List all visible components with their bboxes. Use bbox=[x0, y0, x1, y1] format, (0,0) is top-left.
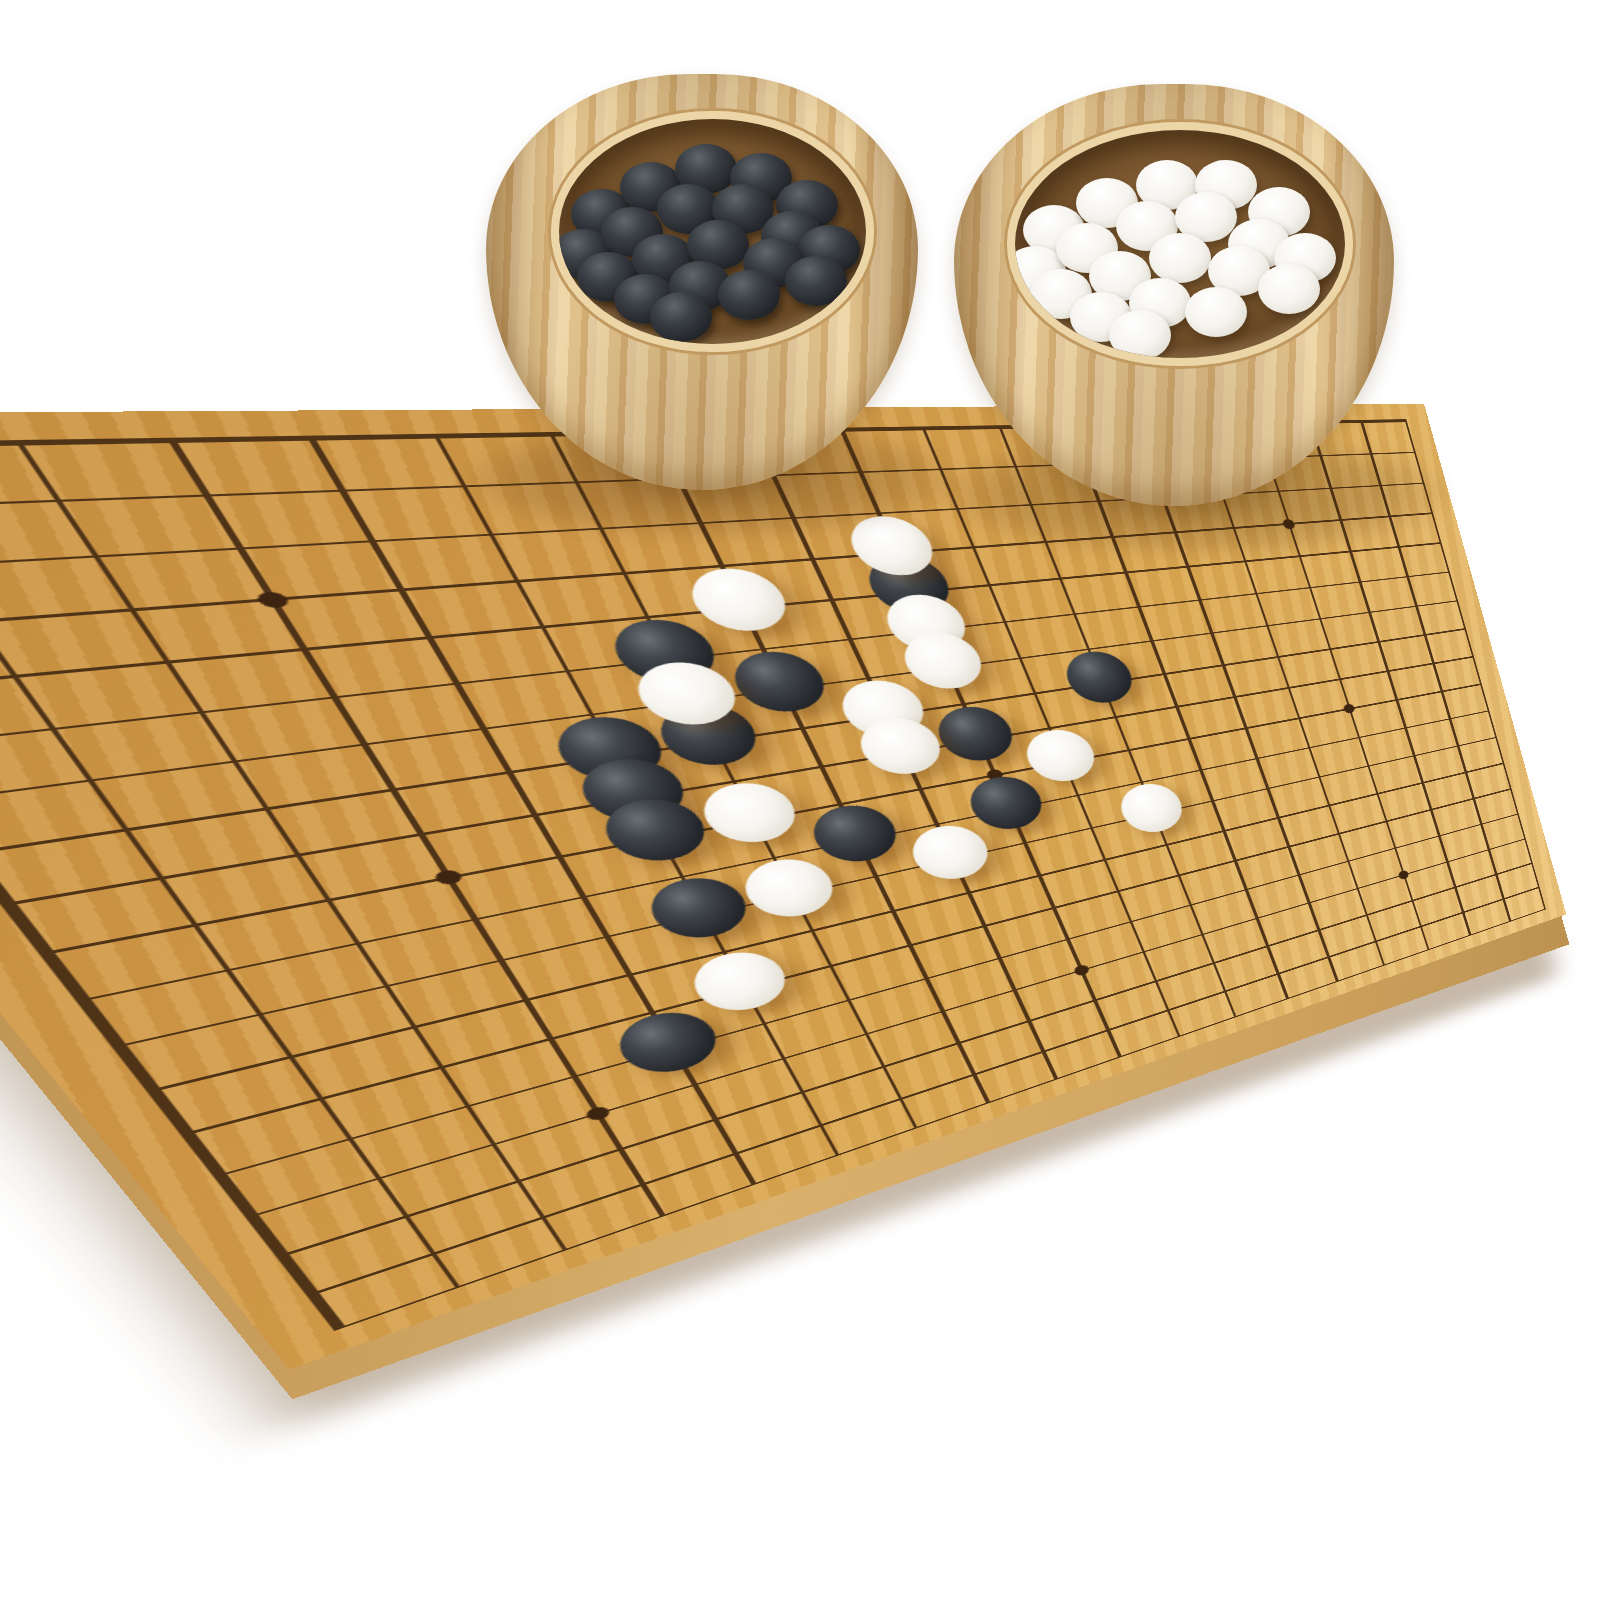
white-stone[interactable] bbox=[1113, 779, 1189, 838]
white-stone[interactable] bbox=[682, 944, 797, 1019]
black-stone[interactable] bbox=[722, 647, 835, 717]
bowl-stone-white[interactable] bbox=[1149, 233, 1211, 283]
black-stone[interactable] bbox=[638, 870, 758, 945]
bowl-stone-black[interactable] bbox=[718, 270, 780, 320]
star-point bbox=[1343, 703, 1356, 714]
bowl-stone-black[interactable] bbox=[650, 292, 712, 342]
star-point bbox=[433, 869, 465, 886]
black-stone[interactable] bbox=[1058, 648, 1140, 707]
bowl-stone-white[interactable] bbox=[1258, 264, 1320, 314]
white-stone[interactable] bbox=[1018, 725, 1103, 787]
bowl-stone-white[interactable] bbox=[1109, 310, 1171, 360]
black-stone[interactable] bbox=[607, 1003, 729, 1081]
white-stone[interactable] bbox=[902, 820, 996, 886]
white-stone[interactable] bbox=[691, 777, 806, 849]
star-point bbox=[1398, 869, 1410, 880]
star-point bbox=[254, 591, 292, 608]
go-grid[interactable] bbox=[0, 419, 1546, 1331]
bowl-stone-white[interactable] bbox=[1185, 287, 1247, 337]
bowl-opening-white bbox=[1007, 122, 1353, 366]
white-stone[interactable] bbox=[679, 566, 797, 636]
black-stone[interactable] bbox=[929, 702, 1022, 766]
bowl-stone-black[interactable] bbox=[785, 256, 847, 306]
product-photo-stage bbox=[0, 0, 1600, 1600]
white-stone[interactable] bbox=[733, 852, 843, 924]
star-point bbox=[584, 1105, 612, 1122]
star-point bbox=[1073, 964, 1091, 977]
bowl-opening-black bbox=[551, 111, 874, 352]
black-stone[interactable] bbox=[961, 771, 1050, 835]
black-stone[interactable] bbox=[802, 799, 906, 868]
